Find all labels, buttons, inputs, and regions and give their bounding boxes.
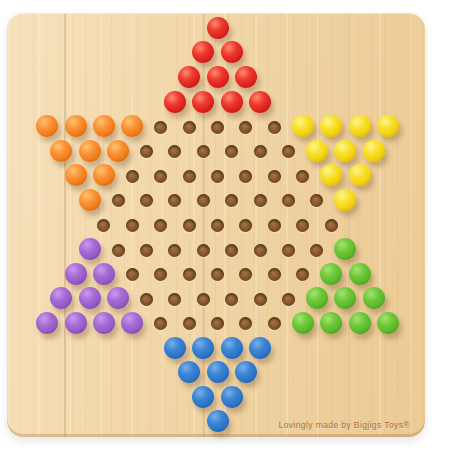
board-hole[interactable]: [140, 145, 153, 158]
board-hole[interactable]: [282, 194, 295, 207]
peg-orange[interactable]: [65, 164, 87, 186]
board-hole[interactable]: [168, 244, 181, 257]
board-hole[interactable]: [211, 317, 224, 330]
board-hole[interactable]: [140, 244, 153, 257]
board-hole[interactable]: [168, 293, 181, 306]
board-hole[interactable]: [183, 268, 196, 281]
board-hole[interactable]: [140, 293, 153, 306]
peg-purple[interactable]: [93, 263, 115, 285]
peg-blue[interactable]: [207, 361, 229, 383]
peg-purple[interactable]: [79, 287, 101, 309]
board-hole[interactable]: [211, 219, 224, 232]
peg-orange[interactable]: [79, 189, 101, 211]
peg-yellow[interactable]: [292, 115, 314, 137]
board-hole[interactable]: [254, 244, 267, 257]
board-hole[interactable]: [112, 244, 125, 257]
board-hole[interactable]: [211, 170, 224, 183]
peg-red[interactable]: [221, 91, 243, 113]
board-hole[interactable]: [254, 145, 267, 158]
board-hole[interactable]: [254, 194, 267, 207]
board-hole[interactable]: [254, 293, 267, 306]
board-hole[interactable]: [239, 317, 252, 330]
peg-blue[interactable]: [221, 386, 243, 408]
board-hole[interactable]: [183, 317, 196, 330]
peg-red[interactable]: [221, 41, 243, 63]
peg-yellow[interactable]: [334, 140, 356, 162]
board-hole[interactable]: [282, 145, 295, 158]
board-hole[interactable]: [154, 268, 167, 281]
board-hole[interactable]: [168, 145, 181, 158]
board-hole[interactable]: [97, 219, 110, 232]
peg-orange[interactable]: [50, 140, 72, 162]
peg-green[interactable]: [320, 312, 342, 334]
board-hole[interactable]: [282, 293, 295, 306]
peg-red[interactable]: [164, 91, 186, 113]
board-hole[interactable]: [140, 194, 153, 207]
peg-layer: [0, 0, 452, 452]
peg-green[interactable]: [349, 263, 371, 285]
board-hole[interactable]: [268, 317, 281, 330]
board-hole[interactable]: [197, 145, 210, 158]
peg-yellow[interactable]: [377, 115, 399, 137]
board-hole[interactable]: [126, 170, 139, 183]
board-hole[interactable]: [282, 244, 295, 257]
board-hole[interactable]: [154, 219, 167, 232]
peg-purple[interactable]: [65, 312, 87, 334]
board-hole[interactable]: [310, 194, 323, 207]
board-hole[interactable]: [296, 219, 309, 232]
board-hole[interactable]: [154, 317, 167, 330]
board-hole[interactable]: [112, 194, 125, 207]
peg-purple[interactable]: [79, 238, 101, 260]
peg-orange[interactable]: [36, 115, 58, 137]
peg-blue[interactable]: [164, 337, 186, 359]
board-hole[interactable]: [126, 219, 139, 232]
board-hole[interactable]: [183, 170, 196, 183]
peg-red[interactable]: [235, 66, 257, 88]
peg-green[interactable]: [363, 287, 385, 309]
board-hole[interactable]: [225, 194, 238, 207]
peg-orange[interactable]: [93, 115, 115, 137]
board-hole[interactable]: [154, 170, 167, 183]
peg-orange[interactable]: [121, 115, 143, 137]
peg-yellow[interactable]: [363, 140, 385, 162]
peg-yellow[interactable]: [334, 189, 356, 211]
peg-red[interactable]: [249, 91, 271, 113]
peg-purple[interactable]: [65, 263, 87, 285]
peg-green[interactable]: [349, 312, 371, 334]
peg-purple[interactable]: [93, 312, 115, 334]
peg-blue[interactable]: [192, 337, 214, 359]
peg-blue[interactable]: [235, 361, 257, 383]
board-hole[interactable]: [225, 293, 238, 306]
peg-red[interactable]: [192, 91, 214, 113]
board-hole[interactable]: [268, 121, 281, 134]
peg-blue[interactable]: [249, 337, 271, 359]
peg-green[interactable]: [306, 287, 328, 309]
board-hole[interactable]: [239, 268, 252, 281]
peg-green[interactable]: [334, 238, 356, 260]
peg-yellow[interactable]: [349, 115, 371, 137]
board-hole[interactable]: [296, 170, 309, 183]
peg-yellow[interactable]: [349, 164, 371, 186]
board-hole[interactable]: [268, 219, 281, 232]
peg-red[interactable]: [207, 17, 229, 39]
peg-red[interactable]: [192, 41, 214, 63]
board-hole[interactable]: [197, 194, 210, 207]
peg-purple[interactable]: [50, 287, 72, 309]
board-hole[interactable]: [268, 268, 281, 281]
brand-engraving: Lovingly made by Bigjigs Toys®: [279, 420, 411, 430]
board-hole[interactable]: [154, 121, 167, 134]
board-hole[interactable]: [310, 244, 323, 257]
peg-green[interactable]: [320, 263, 342, 285]
peg-blue[interactable]: [192, 386, 214, 408]
peg-orange[interactable]: [107, 140, 129, 162]
peg-red[interactable]: [207, 66, 229, 88]
board-hole[interactable]: [197, 293, 210, 306]
board-hole[interactable]: [183, 219, 196, 232]
board-hole[interactable]: [168, 194, 181, 207]
board-hole[interactable]: [126, 268, 139, 281]
board-hole[interactable]: [197, 244, 210, 257]
board-hole[interactable]: [239, 170, 252, 183]
board-hole[interactable]: [225, 145, 238, 158]
board-hole[interactable]: [239, 219, 252, 232]
board-hole[interactable]: [211, 121, 224, 134]
board-hole[interactable]: [239, 121, 252, 134]
peg-orange[interactable]: [65, 115, 87, 137]
peg-purple[interactable]: [107, 287, 129, 309]
peg-blue[interactable]: [207, 410, 229, 432]
peg-yellow[interactable]: [320, 115, 342, 137]
peg-yellow[interactable]: [320, 164, 342, 186]
peg-green[interactable]: [334, 287, 356, 309]
board-hole[interactable]: [296, 268, 309, 281]
peg-purple[interactable]: [36, 312, 58, 334]
board-hole[interactable]: [325, 219, 338, 232]
photo-background: Lovingly made by Bigjigs Toys®: [0, 0, 452, 452]
peg-blue[interactable]: [221, 337, 243, 359]
peg-blue[interactable]: [178, 361, 200, 383]
peg-purple[interactable]: [121, 312, 143, 334]
peg-green[interactable]: [292, 312, 314, 334]
board-hole[interactable]: [183, 121, 196, 134]
board-hole[interactable]: [268, 170, 281, 183]
peg-green[interactable]: [377, 312, 399, 334]
board-hole[interactable]: [211, 268, 224, 281]
peg-yellow[interactable]: [306, 140, 328, 162]
board-hole[interactable]: [225, 244, 238, 257]
peg-orange[interactable]: [93, 164, 115, 186]
peg-orange[interactable]: [79, 140, 101, 162]
peg-red[interactable]: [178, 66, 200, 88]
